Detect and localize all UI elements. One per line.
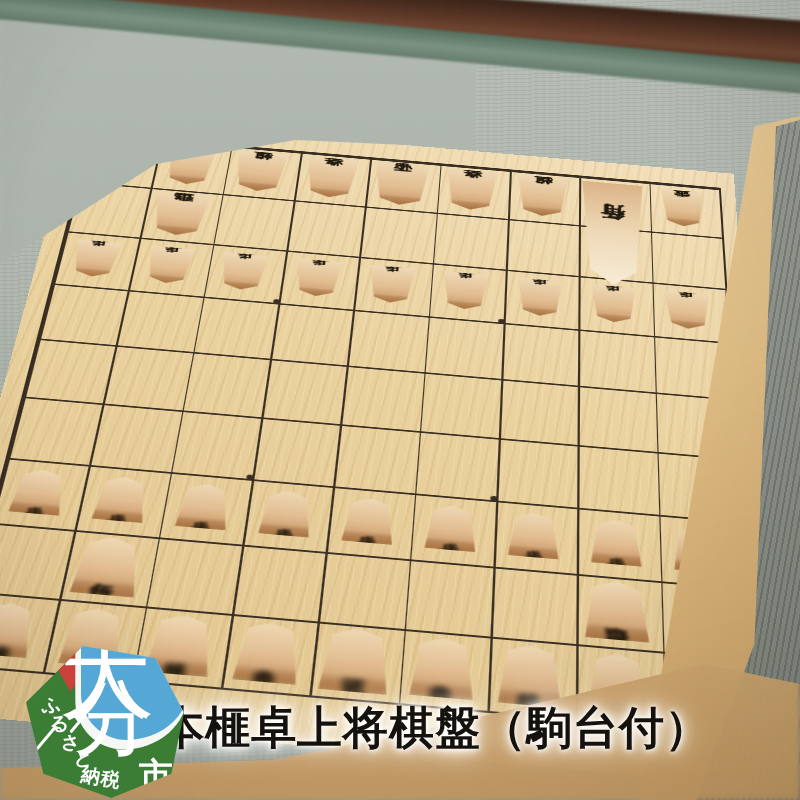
piece-kanji: 歩兵 — [457, 288, 475, 290]
logo-tax-text: 納税 — [79, 761, 123, 794]
piece-kanji: 歩兵 — [358, 522, 378, 524]
logo-badge: 大 分 市 ふ る さ と 納税 — [26, 646, 184, 798]
piece-kanji: 歩兵 — [111, 500, 131, 502]
piece-kanji: 王将 — [342, 661, 369, 663]
piece-kanji: 歩兵 — [524, 536, 544, 538]
piece-kanji: 金将 — [431, 669, 455, 671]
furusato-nozei-logo: 大 分 市 ふ る さ と 納税 — [26, 646, 184, 798]
product-photo: 香車桂馬銀将金将玉将金将銀将桂馬香車飛車角行歩兵歩兵歩兵歩兵歩兵歩兵歩兵歩兵歩兵… — [0, 0, 800, 800]
piece-kanji: 金将 — [462, 187, 481, 189]
piece-kanji: 歩兵 — [193, 507, 213, 509]
piece-kanji: 玉将 — [391, 181, 412, 183]
star-point — [490, 496, 497, 502]
piece-kanji: 歩兵 — [606, 543, 626, 545]
piece-kanji: 歩兵 — [605, 301, 623, 303]
piece-kanji: 歩兵 — [235, 269, 253, 271]
piece-kanji: 角行 — [95, 567, 120, 569]
piece-kanji: 銀将 — [533, 193, 552, 195]
piece-kanji: 歩兵 — [28, 493, 48, 495]
piece-kanji: 桂馬 — [81, 638, 104, 640]
piece-kanji: 飛車 — [605, 612, 630, 614]
piece-kanji: 銀将 — [518, 677, 542, 679]
piece-kanji: 歩兵 — [531, 295, 549, 297]
piece-kanji: 歩兵 — [441, 529, 461, 531]
piece-kanji: 銀将 — [251, 169, 270, 171]
piece-kanji: 歩兵 — [309, 275, 327, 277]
piece-kanji: 香車 — [0, 631, 16, 633]
piece-kanji: 歩兵 — [161, 262, 179, 264]
piece-kanji: 香車 — [674, 206, 691, 208]
piece-kanji: 金将 — [256, 654, 280, 656]
logo-slash-accent — [34, 725, 57, 752]
piece-kanji: 歩兵 — [276, 514, 296, 516]
logo-char-shi: 市 — [139, 759, 173, 793]
star-point — [498, 319, 505, 324]
piece-kanji: 金将 — [321, 175, 340, 177]
piece-kanji: 歩兵 — [383, 282, 401, 284]
piece-kanji: 飛車 — [170, 211, 191, 213]
piece-kanji: 歩兵 — [679, 308, 697, 310]
piece-kanji: 歩兵 — [87, 256, 105, 258]
piece-kanji: 角行 — [601, 232, 626, 234]
piece-kanji: 桂馬 — [181, 163, 199, 165]
